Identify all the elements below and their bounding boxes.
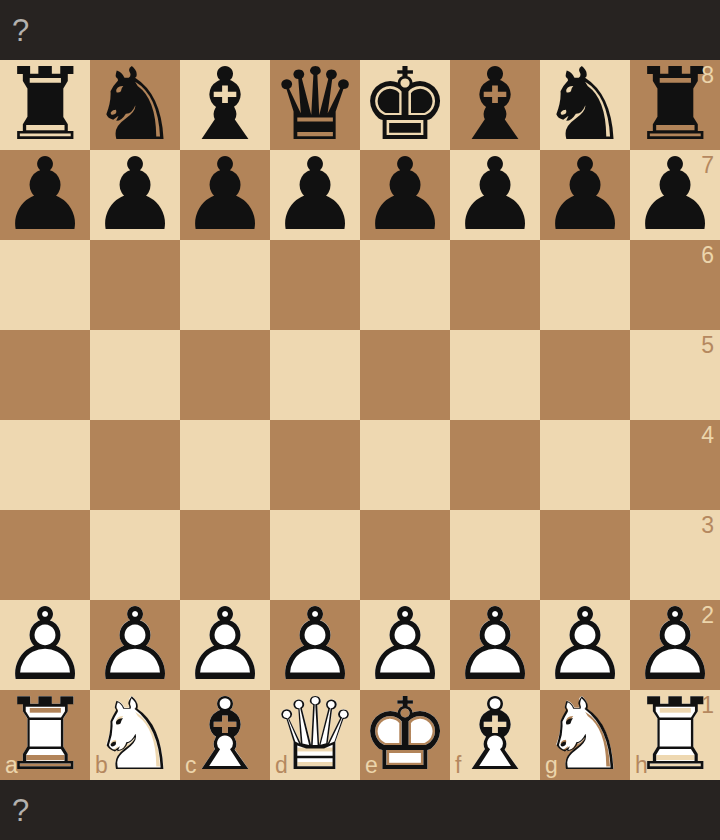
chess-board: ♜♞♝♛♚♝♞♜8♟♟♟♟♟♟♟♟76543♟♙♟♙♟♙♟♙♟♙♟♙♟♙♟♙2♜… xyxy=(0,60,720,780)
square-c4[interactable] xyxy=(180,420,270,510)
square-h4[interactable]: 4 xyxy=(630,420,720,510)
black-pawn[interactable]: ♟ xyxy=(270,150,360,240)
square-f6[interactable] xyxy=(450,240,540,330)
square-a5[interactable] xyxy=(0,330,90,420)
square-g6[interactable] xyxy=(540,240,630,330)
square-c1[interactable]: ♝♗c xyxy=(180,690,270,780)
chess-app-page: ? ♜♞♝♛♚♝♞♜8♟♟♟♟♟♟♟♟76543♟♙♟♙♟♙♟♙♟♙♟♙♟♙♟♙… xyxy=(0,0,720,840)
square-e7[interactable]: ♟ xyxy=(360,150,450,240)
help-icon[interactable]: ? xyxy=(12,15,29,46)
square-d7[interactable]: ♟ xyxy=(270,150,360,240)
square-e4[interactable] xyxy=(360,420,450,510)
square-a7[interactable]: ♟ xyxy=(0,150,90,240)
square-h6[interactable]: 6 xyxy=(630,240,720,330)
square-b7[interactable]: ♟ xyxy=(90,150,180,240)
square-c5[interactable] xyxy=(180,330,270,420)
rank-label-2: 2 xyxy=(701,604,714,627)
piece-outline: ♗ xyxy=(450,690,540,780)
square-a6[interactable] xyxy=(0,240,90,330)
square-d1[interactable]: ♛♕d xyxy=(270,690,360,780)
rank-label-8: 8 xyxy=(701,64,714,87)
square-b4[interactable] xyxy=(90,420,180,510)
file-label-f: f xyxy=(455,754,461,777)
rank-label-5: 5 xyxy=(701,334,714,357)
file-label-b: b xyxy=(95,754,108,777)
square-b6[interactable] xyxy=(90,240,180,330)
square-c6[interactable] xyxy=(180,240,270,330)
white-bishop[interactable]: ♝♗ xyxy=(450,690,540,780)
rank-label-7: 7 xyxy=(701,154,714,177)
file-label-a: a xyxy=(5,754,18,777)
square-f1[interactable]: ♝♗f xyxy=(450,690,540,780)
square-b1[interactable]: ♞♘b xyxy=(90,690,180,780)
rank-label-4: 4 xyxy=(701,424,714,447)
square-h5[interactable]: 5 xyxy=(630,330,720,420)
file-label-d: d xyxy=(275,754,288,777)
square-f5[interactable] xyxy=(450,330,540,420)
file-label-h: h xyxy=(635,754,648,777)
black-pawn[interactable]: ♟ xyxy=(90,150,180,240)
help-icon-bottom[interactable]: ? xyxy=(12,795,29,826)
square-d4[interactable] xyxy=(270,420,360,510)
square-h1[interactable]: ♜♖1h xyxy=(630,690,720,780)
rank-label-1: 1 xyxy=(701,694,714,717)
black-pawn[interactable]: ♟ xyxy=(450,150,540,240)
square-g4[interactable] xyxy=(540,420,630,510)
square-e5[interactable] xyxy=(360,330,450,420)
black-pawn[interactable]: ♟ xyxy=(0,150,90,240)
file-label-c: c xyxy=(185,754,197,777)
square-g1[interactable]: ♞♘g xyxy=(540,690,630,780)
black-pawn[interactable]: ♟ xyxy=(180,150,270,240)
square-g7[interactable]: ♟ xyxy=(540,150,630,240)
black-pawn[interactable]: ♟ xyxy=(540,150,630,240)
square-d6[interactable] xyxy=(270,240,360,330)
rank-label-3: 3 xyxy=(701,514,714,537)
square-d5[interactable] xyxy=(270,330,360,420)
square-e6[interactable] xyxy=(360,240,450,330)
square-g5[interactable] xyxy=(540,330,630,420)
file-label-g: g xyxy=(545,754,558,777)
square-c7[interactable]: ♟ xyxy=(180,150,270,240)
square-a4[interactable] xyxy=(0,420,90,510)
square-h7[interactable]: ♟7 xyxy=(630,150,720,240)
square-b5[interactable] xyxy=(90,330,180,420)
file-label-e: e xyxy=(365,754,378,777)
rank-label-6: 6 xyxy=(701,244,714,267)
square-a1[interactable]: ♜♖a xyxy=(0,690,90,780)
square-f7[interactable]: ♟ xyxy=(450,150,540,240)
square-f4[interactable] xyxy=(450,420,540,510)
black-pawn[interactable]: ♟ xyxy=(360,150,450,240)
square-e1[interactable]: ♚♔e xyxy=(360,690,450,780)
